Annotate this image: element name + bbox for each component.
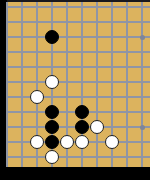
board-cropped-top-edge bbox=[7, 0, 150, 2]
grid-line-horizontal-11 bbox=[7, 156, 150, 158]
grid-line-horizontal-2 bbox=[7, 21, 150, 23]
black-stone bbox=[45, 120, 59, 134]
grid-line-horizontal-5 bbox=[7, 66, 150, 68]
black-stone bbox=[45, 105, 59, 119]
black-stone bbox=[75, 120, 89, 134]
grid-line-horizontal-6 bbox=[7, 81, 150, 83]
go-diagram bbox=[0, 0, 150, 180]
grid-line-horizontal-4 bbox=[7, 51, 150, 53]
white-stone bbox=[45, 75, 59, 89]
white-stone bbox=[30, 135, 44, 149]
star-point-1 bbox=[140, 35, 145, 40]
grid-line-horizontal-7 bbox=[7, 96, 150, 98]
grid-line-horizontal-1 bbox=[7, 6, 150, 8]
grid-line-horizontal-3 bbox=[7, 36, 150, 38]
black-stone bbox=[45, 30, 59, 44]
white-stone bbox=[90, 120, 104, 134]
black-stone bbox=[75, 105, 89, 119]
black-stone bbox=[45, 135, 59, 149]
white-stone bbox=[105, 135, 119, 149]
board-frame-bottom bbox=[0, 167, 150, 180]
white-stone bbox=[60, 135, 74, 149]
white-stone bbox=[45, 150, 59, 164]
white-stone bbox=[30, 90, 44, 104]
star-point-2 bbox=[140, 125, 145, 130]
white-stone bbox=[75, 135, 89, 149]
go-board[interactable] bbox=[7, 0, 150, 167]
